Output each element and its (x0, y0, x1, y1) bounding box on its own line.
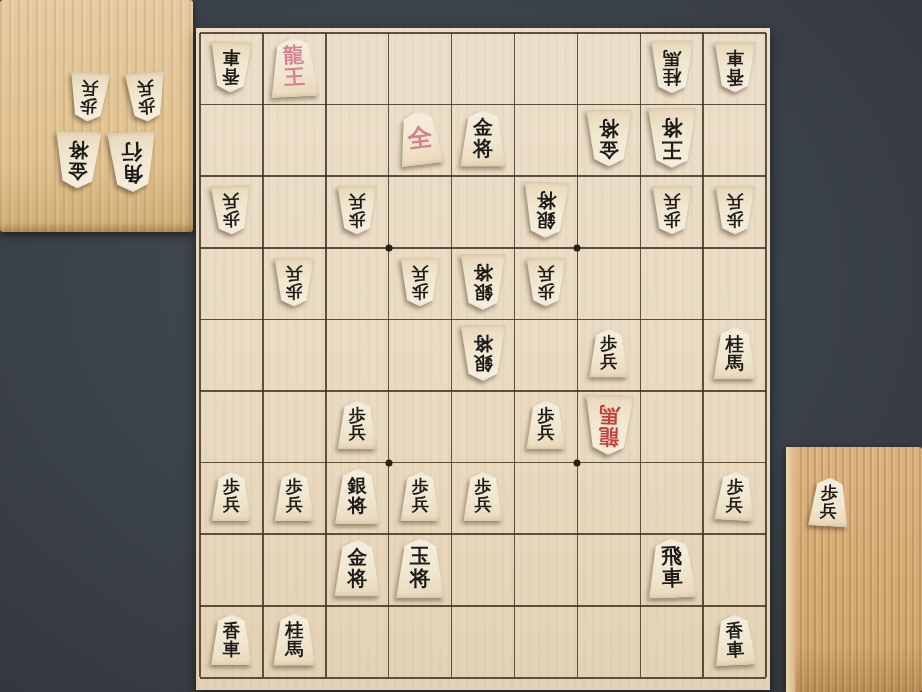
piece-kanji: 将 (473, 138, 493, 158)
piece-sente-pawn-76[interactable]: 歩兵 (337, 400, 378, 449)
piece-face: 歩兵 (525, 400, 566, 449)
piece-kanji: 兵 (349, 192, 366, 210)
piece-sente-pawn-46[interactable]: 歩兵 (525, 400, 566, 449)
piece-gote-king-22[interactable]: 王将 (647, 108, 697, 168)
piece-kanji: 歩 (286, 282, 303, 300)
piece-kanji: 兵 (223, 496, 240, 514)
piece-face: 龍王 (268, 36, 321, 99)
piece-face: 歩兵 (67, 71, 111, 123)
piece-kanji: 金 (473, 118, 493, 138)
piece-kanji: 金 (67, 160, 87, 181)
piece-sente-prom_knight-62[interactable]: 全 (398, 111, 443, 165)
piece-gote-bishop-gote-hand-bishop[interactable]: 角行 (107, 132, 157, 192)
grid-line (325, 33, 327, 677)
cell-26[interactable] (640, 391, 703, 463)
piece-kanji: 車 (223, 640, 241, 658)
piece-sente-pawn-17[interactable]: 歩兵 (714, 472, 755, 521)
grid-line (200, 677, 766, 679)
piece-gote-horse-36[interactable]: 龍馬 (584, 395, 634, 455)
hoshi-dot (385, 244, 392, 251)
piece-face: 歩兵 (400, 472, 441, 521)
cell-18[interactable] (703, 534, 766, 606)
hoshi-dot (574, 244, 581, 251)
piece-face: 銀将 (460, 325, 507, 381)
cell-86[interactable] (263, 391, 326, 463)
piece-kanji: 兵 (475, 496, 492, 514)
piece-kanji: 兵 (725, 496, 743, 515)
piece-face: 銀将 (334, 468, 381, 524)
grid-line (200, 247, 766, 249)
piece-gote-pawn-gote-hand-pawn-2[interactable]: 歩兵 (126, 72, 167, 121)
piece-kanji: 将 (473, 262, 492, 282)
piece-kanji: 兵 (222, 192, 240, 210)
piece-gote-gold-32[interactable]: 金将 (585, 110, 633, 167)
grid-line (200, 390, 766, 392)
piece-sente-pawn-97[interactable]: 歩兵 (211, 472, 252, 521)
grid-line (451, 33, 453, 677)
cell-29[interactable] (640, 606, 703, 678)
piece-face: 角行 (106, 131, 158, 193)
piece-sente-knight-15[interactable]: 桂馬 (713, 327, 757, 380)
piece-sente-silver-77[interactable]: 銀将 (334, 468, 381, 524)
piece-face: 香車 (712, 613, 757, 666)
piece-face: 桂馬 (272, 613, 316, 666)
piece-kanji: 金 (599, 138, 619, 158)
grid-line (388, 33, 390, 677)
piece-gote-silver-55[interactable]: 銀将 (460, 325, 507, 381)
piece-kanji: 歩 (600, 336, 617, 354)
piece-sente-gold-52[interactable]: 金将 (459, 110, 507, 167)
piece-kanji: 兵 (412, 496, 429, 514)
piece-kanji: 車 (726, 49, 744, 67)
piece-kanji: 馬 (599, 403, 620, 425)
piece-kanji: 香 (222, 66, 240, 85)
piece-kanji: 兵 (412, 264, 429, 282)
cell-82[interactable] (263, 105, 326, 177)
piece-kanji: 馬 (726, 353, 744, 372)
piece-gote-silver-54[interactable]: 銀将 (460, 254, 507, 310)
piece-kanji: 行 (121, 140, 142, 162)
piece-kanji: 将 (347, 568, 367, 588)
piece-sente-knight-89[interactable]: 桂馬 (272, 613, 316, 666)
cell-33[interactable] (577, 176, 640, 248)
piece-gote-gold-gote-hand-gold[interactable]: 金将 (54, 132, 102, 189)
piece-kanji: 兵 (349, 425, 366, 443)
piece-face: 歩兵 (210, 185, 253, 236)
piece-face: 金将 (459, 110, 507, 167)
cell-92[interactable] (200, 105, 263, 177)
piece-face: 飛車 (646, 537, 698, 599)
piece-kanji: 兵 (537, 264, 554, 282)
grid-line (200, 175, 766, 177)
piece-face: 玉将 (395, 538, 445, 598)
piece-kanji: 玉 (410, 546, 431, 568)
cell-53[interactable] (452, 176, 515, 248)
piece-kanji: 兵 (663, 192, 680, 210)
piece-kanji: 兵 (537, 425, 554, 443)
piece-kanji: 将 (348, 496, 367, 516)
piece-face: 桂馬 (713, 327, 757, 380)
cell-63[interactable] (389, 176, 452, 248)
cell-25[interactable] (640, 319, 703, 391)
piece-kanji: 歩 (726, 210, 743, 228)
piece-kanji: 車 (726, 639, 745, 658)
piece-gote-knight-21[interactable]: 桂馬 (650, 40, 694, 93)
piece-kanji: 桂 (663, 67, 681, 86)
cell-51[interactable] (452, 33, 515, 105)
grid-line (577, 33, 579, 677)
piece-gote-pawn-23[interactable]: 歩兵 (651, 185, 692, 234)
piece-face: 歩兵 (124, 71, 168, 123)
piece-kanji: 龍 (598, 424, 619, 446)
cell-66[interactable] (389, 391, 452, 463)
piece-face: 歩兵 (274, 472, 315, 521)
cell-48[interactable] (515, 534, 578, 606)
piece-sente-pawn-87[interactable]: 歩兵 (274, 472, 315, 521)
piece-kanji: 馬 (663, 48, 681, 67)
cell-56[interactable] (452, 391, 515, 463)
cell-38[interactable] (577, 534, 640, 606)
piece-gote-pawn-13[interactable]: 歩兵 (714, 185, 755, 234)
piece-face: 歩兵 (807, 476, 851, 527)
piece-kanji: 銀 (536, 210, 556, 231)
piece-face: 銀将 (460, 254, 507, 310)
piece-face: 歩兵 (337, 185, 378, 234)
piece-kanji: 将 (410, 568, 431, 590)
cell-83[interactable] (263, 176, 326, 248)
piece-kanji: 兵 (726, 192, 743, 210)
piece-sente-pawn-67[interactable]: 歩兵 (400, 472, 441, 521)
piece-kanji: 歩 (537, 407, 554, 425)
piece-kanji: 角 (122, 162, 143, 184)
cell-96[interactable] (200, 391, 263, 463)
cell-14[interactable] (703, 248, 766, 320)
sente-komadai (786, 447, 922, 692)
piece-kanji: 歩 (349, 407, 366, 425)
piece-sente-lance-19[interactable]: 香車 (713, 614, 756, 665)
hoshi-dot (385, 459, 392, 466)
cell-34[interactable] (577, 248, 640, 320)
piece-face: 歩兵 (400, 257, 441, 306)
piece-gote-pawn-64[interactable]: 歩兵 (400, 257, 441, 306)
cell-95[interactable] (200, 319, 263, 391)
piece-gote-lance-11[interactable]: 香車 (713, 41, 756, 92)
piece-face: 金将 (53, 131, 102, 190)
grid-line (200, 533, 766, 535)
grid-line (200, 319, 766, 321)
grid-line (200, 104, 766, 106)
piece-kanji: 全 (406, 124, 434, 153)
piece-face: 歩兵 (588, 329, 629, 378)
cell-72[interactable] (326, 105, 389, 177)
piece-kanji: 金 (347, 548, 367, 568)
piece-kanji: 香 (223, 621, 241, 639)
grid-line (199, 33, 201, 677)
cell-16[interactable] (703, 391, 766, 463)
cell-45[interactable] (515, 319, 578, 391)
piece-kanji: 歩 (412, 479, 429, 497)
piece-kanji: 銀 (473, 282, 492, 302)
piece-kanji: 兵 (81, 79, 99, 98)
piece-kanji: 歩 (412, 282, 429, 300)
cell-41[interactable] (515, 33, 578, 105)
piece-face: 歩兵 (463, 472, 504, 521)
cell-75[interactable] (326, 319, 389, 391)
piece-face: 歩兵 (525, 257, 566, 306)
piece-kanji: 将 (599, 118, 619, 138)
piece-face: 歩兵 (337, 400, 378, 449)
piece-face: 銀将 (522, 181, 570, 238)
piece-face: 龍馬 (583, 394, 635, 456)
piece-kanji: 将 (536, 190, 556, 211)
cell-88[interactable] (263, 534, 326, 606)
cell-27[interactable] (640, 463, 703, 535)
piece-face: 香車 (210, 614, 253, 665)
cell-12[interactable] (703, 105, 766, 177)
piece-kanji: 兵 (820, 502, 838, 521)
piece-face: 歩兵 (211, 472, 252, 521)
piece-kanji: 歩 (223, 210, 241, 228)
cell-98[interactable] (200, 534, 263, 606)
piece-sente-pawn-57[interactable]: 歩兵 (463, 472, 504, 521)
cell-59[interactable] (452, 606, 515, 678)
piece-sente-pawn-35[interactable]: 歩兵 (588, 329, 629, 378)
piece-face: 王将 (647, 108, 697, 168)
cell-47[interactable] (515, 463, 578, 535)
piece-kanji: 歩 (223, 479, 240, 497)
cell-37[interactable] (577, 463, 640, 535)
piece-kanji: 歩 (286, 479, 303, 497)
piece-kanji: 歩 (537, 282, 554, 300)
piece-sente-king-68[interactable]: 玉将 (395, 538, 445, 598)
piece-gote-pawn-93[interactable]: 歩兵 (211, 185, 252, 234)
piece-kanji: 歩 (349, 210, 366, 228)
piece-face: 桂馬 (650, 40, 694, 93)
cell-39[interactable] (577, 606, 640, 678)
grid-line (765, 33, 767, 677)
piece-sente-lance-99[interactable]: 香車 (210, 614, 253, 665)
piece-face: 歩兵 (274, 257, 315, 306)
piece-kanji: 歩 (663, 210, 680, 228)
cell-61[interactable] (389, 33, 452, 105)
piece-kanji: 兵 (286, 264, 303, 282)
shogi-scene: { "game": "shogi", "note": "Overhead pho… (0, 0, 922, 692)
piece-sente-pawn-sente-hand-pawn[interactable]: 歩兵 (809, 477, 850, 526)
cell-71[interactable] (326, 33, 389, 105)
piece-kanji: 歩 (79, 96, 97, 115)
piece-kanji: 王 (284, 66, 306, 89)
cell-79[interactable] (326, 606, 389, 678)
piece-kanji: 歩 (475, 479, 492, 497)
piece-gote-pawn-73[interactable]: 歩兵 (337, 185, 378, 234)
cell-58[interactable] (452, 534, 515, 606)
hoshi-dot (574, 459, 581, 466)
piece-sente-gold-78[interactable]: 金将 (334, 540, 382, 597)
piece-kanji: 兵 (136, 79, 154, 98)
piece-gote-pawn-84[interactable]: 歩兵 (274, 257, 315, 306)
grid-line (200, 605, 766, 607)
grid-line (702, 33, 704, 677)
cell-65[interactable] (389, 319, 452, 391)
cell-85[interactable] (263, 319, 326, 391)
piece-kanji: 王 (661, 138, 682, 160)
cell-74[interactable] (326, 248, 389, 320)
piece-kanji: 歩 (138, 96, 156, 115)
piece-kanji: 兵 (600, 353, 617, 371)
piece-sente-rook-28[interactable]: 飛車 (647, 538, 697, 598)
piece-face: 全 (395, 109, 446, 168)
grid-line (200, 462, 766, 464)
piece-kanji: 銀 (473, 353, 492, 373)
piece-face: 歩兵 (651, 185, 692, 234)
piece-gote-silver-43[interactable]: 銀将 (523, 182, 570, 238)
piece-kanji: 銀 (348, 476, 367, 496)
piece-kanji: 将 (68, 139, 88, 160)
piece-face: 歩兵 (713, 471, 757, 522)
piece-gote-pawn-gote-hand-pawn-1[interactable]: 歩兵 (69, 72, 110, 121)
piece-sente-dragon-81[interactable]: 龍王 (269, 37, 319, 97)
cell-24[interactable] (640, 248, 703, 320)
piece-kanji: 車 (223, 48, 241, 67)
cell-49[interactable] (515, 606, 578, 678)
piece-kanji: 馬 (285, 640, 303, 659)
piece-kanji: 香 (726, 67, 744, 85)
piece-face: 香車 (713, 41, 756, 92)
cell-94[interactable] (200, 248, 263, 320)
grid-line (262, 33, 264, 677)
piece-face: 香車 (209, 41, 253, 93)
piece-face: 歩兵 (714, 185, 755, 234)
piece-gote-pawn-44[interactable]: 歩兵 (525, 257, 566, 306)
cell-69[interactable] (389, 606, 452, 678)
piece-kanji: 将 (661, 117, 682, 139)
piece-face: 金将 (334, 540, 382, 597)
grid-line (200, 32, 766, 34)
piece-kanji: 将 (473, 333, 492, 353)
piece-kanji: 車 (661, 568, 682, 590)
piece-face: 金将 (585, 110, 633, 167)
piece-kanji: 兵 (286, 496, 303, 514)
piece-gote-lance-91[interactable]: 香車 (210, 41, 253, 92)
grid-line (640, 33, 642, 677)
cell-31[interactable] (577, 33, 640, 105)
grid-line (514, 33, 516, 677)
cell-42[interactable] (515, 105, 578, 177)
